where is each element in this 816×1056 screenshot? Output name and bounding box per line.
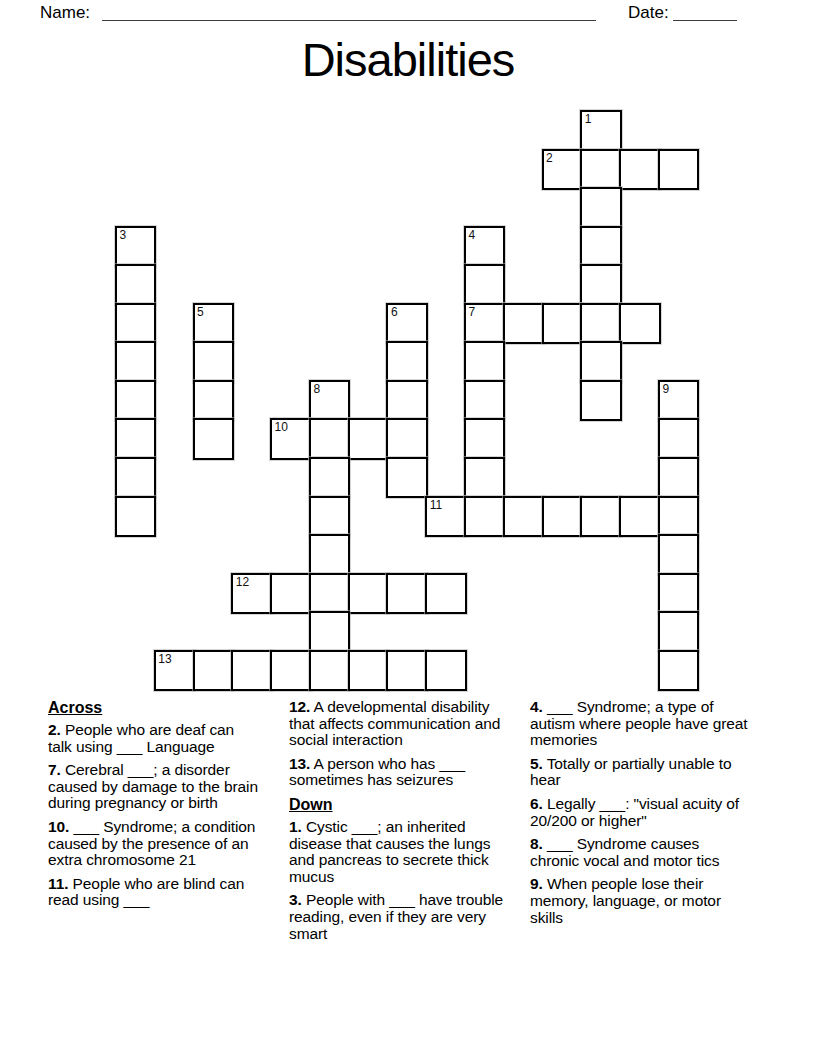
grid-cell	[270, 573, 311, 614]
grid-cell	[503, 496, 544, 537]
clue-number: 5.	[530, 755, 543, 772]
grid-cell	[386, 380, 427, 421]
grid-cell	[658, 149, 699, 190]
across-clue-13: 13. A person who has ___ sometimes has s…	[289, 756, 515, 789]
grid-cell	[425, 650, 466, 691]
grid-cell	[115, 418, 156, 459]
grid-cell	[115, 341, 156, 382]
cell-number-5: 5	[197, 306, 204, 319]
clue-column-3: 4. ___ Syndrome; a type of autism where …	[530, 699, 748, 933]
clue-number: 9.	[530, 875, 543, 892]
grid-cell	[542, 303, 583, 344]
cell-number-10: 10	[275, 421, 288, 434]
grid-cell	[270, 650, 311, 691]
date-label: Date:	[628, 3, 669, 23]
grid-cell-11: 11	[425, 496, 466, 537]
cell-number-8: 8	[313, 383, 320, 396]
grid-cell	[658, 457, 699, 498]
clue-number: 13.	[289, 755, 310, 772]
grid-cell	[658, 573, 699, 614]
grid-cell-8: 8	[309, 380, 350, 421]
grid-cell	[115, 264, 156, 305]
grid-cell-3: 3	[115, 226, 156, 267]
name-label: Name:	[40, 3, 90, 23]
grid-cell	[503, 303, 544, 344]
down-clue-9: 9. When people lose their memory, langua…	[530, 876, 748, 926]
grid-cell	[115, 303, 156, 344]
grid-cell	[580, 187, 621, 228]
grid-cell	[658, 496, 699, 537]
clue-number: 8.	[530, 835, 543, 852]
cell-number-7: 7	[469, 306, 476, 319]
grid-cell	[309, 573, 350, 614]
grid-cell	[309, 496, 350, 537]
grid-cell	[580, 496, 621, 537]
grid-cell	[193, 380, 234, 421]
across-clue-11: 11. People who are blind can read using …	[48, 876, 262, 909]
grid-cell	[115, 496, 156, 537]
across-heading: Across	[48, 699, 262, 717]
across-clue-2: 2. People who are deaf can talk using __…	[48, 722, 262, 755]
grid-cell	[658, 534, 699, 575]
grid-cell	[193, 341, 234, 382]
grid-cell-2: 2	[542, 149, 583, 190]
down-clue-6: 6. Legally ___: "visual acuity of 20/200…	[530, 796, 748, 829]
grid-cell	[309, 611, 350, 652]
grid-cell	[386, 650, 427, 691]
down-clue-8: 8. ___ Syndrome causes chronic vocal and…	[530, 836, 748, 869]
clue-number: 4.	[530, 698, 543, 715]
date-blank-line	[673, 20, 737, 21]
grid-cell-4: 4	[464, 226, 505, 267]
grid-cell	[580, 380, 621, 421]
grid-cell-12: 12	[231, 573, 272, 614]
grid-cell-13: 13	[154, 650, 195, 691]
grid-cell-1: 1	[580, 110, 621, 151]
down-clue-5: 5. Totally or partially unable to hear	[530, 756, 748, 789]
cell-number-6: 6	[391, 306, 398, 319]
clue-number: 7.	[48, 761, 61, 778]
grid-cell	[464, 457, 505, 498]
grid-cell	[580, 303, 621, 344]
down-heading: Down	[289, 796, 515, 814]
down-clue-4: 4. ___ Syndrome; a type of autism where …	[530, 699, 748, 749]
grid-cell	[464, 418, 505, 459]
grid-cell	[386, 573, 427, 614]
grid-cell	[309, 457, 350, 498]
clue-column-1: Across2. People who are deaf can talk us…	[48, 699, 262, 916]
grid-cell	[658, 418, 699, 459]
grid-cell	[386, 457, 427, 498]
grid-cell	[658, 611, 699, 652]
cell-number-9: 9	[662, 383, 669, 396]
clue-number: 11.	[48, 875, 68, 892]
cell-number-12: 12	[236, 576, 249, 589]
clue-number: 10.	[48, 818, 69, 835]
grid-cell	[619, 496, 660, 537]
clue-number: 1.	[289, 818, 302, 835]
grid-cell-5: 5	[193, 303, 234, 344]
cell-number-2: 2	[546, 152, 553, 165]
cell-number-3: 3	[120, 229, 127, 242]
grid-cell	[309, 418, 350, 459]
clue-column-2: 12. A developmental disability that affe…	[289, 699, 515, 949]
grid-cell	[386, 418, 427, 459]
clue-number: 3.	[289, 891, 302, 908]
worksheet-page: Name: Date: Disabilities 123456789101112…	[0, 0, 816, 1056]
grid-cell	[580, 341, 621, 382]
cell-number-11: 11	[430, 499, 442, 512]
grid-cell	[425, 573, 466, 614]
grid-cell	[348, 650, 389, 691]
grid-cell-7: 7	[464, 303, 505, 344]
cell-number-4: 4	[469, 229, 476, 242]
grid-cell	[348, 418, 389, 459]
grid-cell	[231, 650, 272, 691]
grid-cell	[348, 573, 389, 614]
crossword-grid: 12345678910111213	[115, 110, 699, 690]
grid-cell	[658, 650, 699, 691]
clue-number: 6.	[530, 795, 543, 812]
grid-cell	[309, 650, 350, 691]
grid-cell-6: 6	[386, 303, 427, 344]
grid-cell	[464, 380, 505, 421]
grid-cell	[580, 149, 621, 190]
grid-cell	[386, 341, 427, 382]
down-clue-3: 3. People with ___ have trouble reading,…	[289, 892, 515, 942]
grid-cell	[464, 496, 505, 537]
grid-cell	[619, 303, 660, 344]
clue-number: 12.	[289, 698, 310, 715]
grid-cell	[619, 149, 660, 190]
grid-cell	[464, 341, 505, 382]
grid-cell	[115, 457, 156, 498]
grid-cell	[193, 418, 234, 459]
grid-cell	[193, 650, 234, 691]
cell-number-13: 13	[158, 653, 171, 666]
grid-cell	[580, 264, 621, 305]
across-clue-7: 7. Cerebral ___; a disorder caused by da…	[48, 762, 262, 812]
down-clue-1: 1. Cystic ___; an inherited disease that…	[289, 819, 515, 885]
name-blank-line	[102, 20, 596, 21]
grid-cell-9: 9	[658, 380, 699, 421]
grid-cell	[580, 226, 621, 267]
grid-cell	[464, 264, 505, 305]
across-clue-10: 10. ___ Syndrome; a condition caused by …	[48, 819, 262, 869]
clue-number: 2.	[48, 721, 61, 738]
grid-cell	[542, 496, 583, 537]
grid-cell	[309, 534, 350, 575]
across-clue-12: 12. A developmental disability that affe…	[289, 699, 515, 749]
grid-cell	[115, 380, 156, 421]
grid-cell-10: 10	[270, 418, 311, 459]
cell-number-1: 1	[585, 113, 592, 126]
puzzle-title: Disabilities	[0, 34, 816, 86]
